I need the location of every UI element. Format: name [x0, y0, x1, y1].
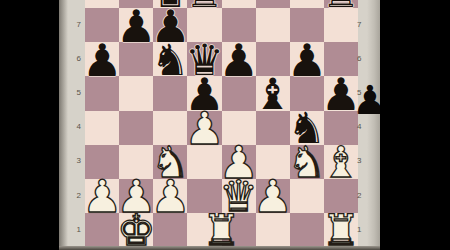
- square-h1[interactable]: ♜: [324, 213, 358, 247]
- square-c2[interactable]: ♟: [153, 179, 187, 213]
- square-b1[interactable]: ♚: [119, 213, 153, 247]
- square-a4[interactable]: [85, 111, 119, 145]
- square-b4[interactable]: [119, 111, 153, 145]
- rank-label-left-1: 1: [59, 225, 81, 235]
- square-f2[interactable]: ♟: [256, 179, 290, 213]
- rank-label-right-6: 6: [357, 54, 373, 64]
- square-f8[interactable]: [256, 0, 290, 8]
- square-d8[interactable]: ♜: [187, 0, 221, 8]
- rank-label-left-2: 2: [59, 191, 81, 201]
- square-f5[interactable]: ♝: [256, 76, 290, 110]
- rank-label-left-5: 5: [59, 88, 81, 98]
- square-b7[interactable]: ♟: [119, 8, 153, 42]
- square-a8[interactable]: [85, 0, 119, 8]
- chess-board[interactable]: ♚♜♜♟♟♟♞♛♟♟♟♝♟♟♞♞♟♞♝♟♟♟♛♟♚♜♜: [85, 0, 358, 247]
- video-frame: ♚♜♜♟♟♟♞♛♟♟♟♝♟♟♞♞♟♞♝♟♟♟♛♟♚♜♜ 765432176543…: [0, 0, 450, 250]
- square-e6[interactable]: ♟: [222, 42, 256, 76]
- letterbox-left: [0, 0, 59, 250]
- piece-white-pawn[interactable]: ♟: [253, 174, 293, 219]
- square-c6[interactable]: ♞: [153, 42, 187, 76]
- square-f7[interactable]: [256, 8, 290, 42]
- rank-label-left-7: 7: [59, 20, 81, 30]
- rank-label-right-4: 4: [357, 122, 373, 132]
- piece-black-bishop[interactable]: ♝: [253, 73, 292, 116]
- rank-label-left-6: 6: [59, 54, 81, 64]
- square-g6[interactable]: ♟: [290, 42, 324, 76]
- square-h5[interactable]: ♟: [324, 76, 358, 110]
- piece-white-knight[interactable]: ♞: [288, 141, 327, 184]
- square-h3[interactable]: ♝: [324, 145, 358, 179]
- piece-black-pawn[interactable]: ♟: [321, 72, 361, 117]
- rank-label-right-2: 2: [357, 191, 373, 201]
- piece-white-pawn[interactable]: ♟: [150, 174, 190, 219]
- rank-label-right-7: 7: [357, 20, 373, 30]
- piece-white-rook[interactable]: ♜: [202, 209, 241, 250]
- square-g3[interactable]: ♞: [290, 145, 324, 179]
- square-a6[interactable]: ♟: [85, 42, 119, 76]
- square-d4[interactable]: ♟: [187, 111, 221, 145]
- rank-label-left-4: 4: [59, 122, 81, 132]
- square-d1[interactable]: ♜: [187, 213, 221, 247]
- square-g8[interactable]: [290, 0, 324, 8]
- piece-white-bishop[interactable]: ♝: [322, 141, 361, 184]
- piece-black-pawn[interactable]: ♟: [82, 38, 122, 83]
- piece-white-king[interactable]: ♚: [117, 209, 156, 250]
- square-b5[interactable]: [119, 76, 153, 110]
- piece-black-rook[interactable]: ♜: [185, 0, 224, 14]
- piece-white-rook[interactable]: ♜: [322, 209, 361, 250]
- square-e8[interactable]: [222, 0, 256, 8]
- square-g1[interactable]: [290, 213, 324, 247]
- piece-black-rook[interactable]: ♜: [322, 0, 361, 14]
- letterbox-right: [380, 0, 450, 250]
- rank-label-left-3: 3: [59, 156, 81, 166]
- square-a2[interactable]: ♟: [85, 179, 119, 213]
- square-h8[interactable]: ♜: [324, 0, 358, 8]
